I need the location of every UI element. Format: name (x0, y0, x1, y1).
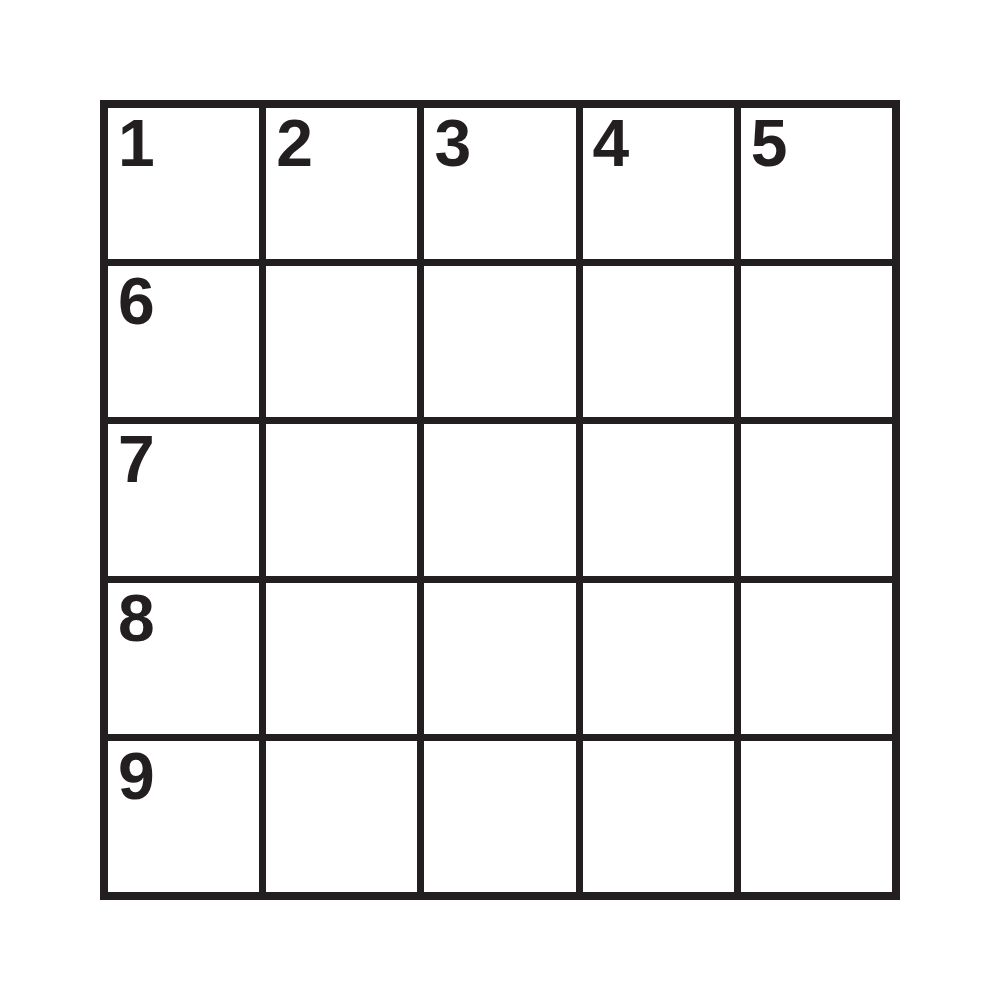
page: 123456789 (0, 0, 1000, 1000)
cell-r3c1[interactable]: 7 (108, 424, 259, 575)
clue-number: 4 (593, 110, 630, 176)
cell-r5c2[interactable] (266, 741, 417, 892)
cell-r5c4[interactable] (583, 741, 734, 892)
clue-number: 1 (118, 110, 155, 176)
cell-r4c2[interactable] (266, 583, 417, 734)
cell-r4c4[interactable] (583, 583, 734, 734)
cell-r5c5[interactable] (741, 741, 892, 892)
cell-r1c5[interactable]: 5 (741, 108, 892, 259)
cell-r1c1[interactable]: 1 (108, 108, 259, 259)
cell-r1c3[interactable]: 3 (424, 108, 575, 259)
clue-number: 2 (276, 110, 313, 176)
cell-r3c3[interactable] (424, 424, 575, 575)
crossword-grid: 123456789 (100, 100, 900, 900)
cell-r4c3[interactable] (424, 583, 575, 734)
cell-r4c5[interactable] (741, 583, 892, 734)
cell-r3c5[interactable] (741, 424, 892, 575)
cell-r2c2[interactable] (266, 266, 417, 417)
clue-number: 3 (434, 110, 471, 176)
clue-number: 7 (118, 426, 155, 492)
cell-r2c5[interactable] (741, 266, 892, 417)
clue-number: 6 (118, 268, 155, 334)
cell-r2c1[interactable]: 6 (108, 266, 259, 417)
cell-r2c4[interactable] (583, 266, 734, 417)
clue-number: 8 (118, 585, 155, 651)
cell-r3c2[interactable] (266, 424, 417, 575)
clue-number: 9 (118, 743, 155, 809)
cell-r4c1[interactable]: 8 (108, 583, 259, 734)
cell-r1c2[interactable]: 2 (266, 108, 417, 259)
clue-number: 5 (751, 110, 788, 176)
cell-r3c4[interactable] (583, 424, 734, 575)
cell-r1c4[interactable]: 4 (583, 108, 734, 259)
cell-r2c3[interactable] (424, 266, 575, 417)
cell-r5c3[interactable] (424, 741, 575, 892)
cell-r5c1[interactable]: 9 (108, 741, 259, 892)
